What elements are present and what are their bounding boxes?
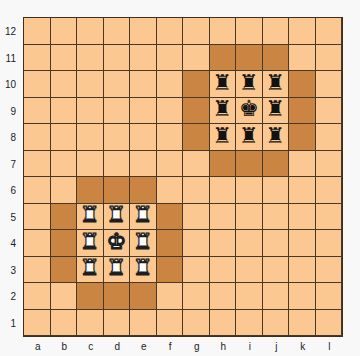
square-i8[interactable]: ♜ xyxy=(236,124,263,151)
square-d10[interactable] xyxy=(104,71,131,98)
square-f10[interactable] xyxy=(157,71,184,98)
square-a10[interactable] xyxy=(24,71,51,98)
square-g7[interactable] xyxy=(183,151,210,178)
square-l5[interactable] xyxy=(316,204,343,231)
square-b6[interactable] xyxy=(51,177,78,204)
square-e5[interactable]: ♜ xyxy=(130,204,157,231)
square-k11[interactable] xyxy=(289,45,316,72)
square-h3[interactable] xyxy=(210,257,237,284)
square-j2[interactable] xyxy=(263,283,290,310)
square-a8[interactable] xyxy=(24,124,51,151)
square-d1[interactable] xyxy=(104,310,131,337)
square-f1[interactable] xyxy=(157,310,184,337)
square-j3[interactable] xyxy=(263,257,290,284)
square-j1[interactable] xyxy=(263,310,290,337)
square-d5[interactable]: ♜ xyxy=(104,204,131,231)
square-i5[interactable] xyxy=(236,204,263,231)
square-i11[interactable] xyxy=(236,45,263,72)
square-g11[interactable] xyxy=(183,45,210,72)
rank-label-12: 12 xyxy=(0,19,19,46)
square-c6[interactable] xyxy=(77,177,104,204)
square-k4[interactable] xyxy=(289,230,316,257)
square-d6[interactable] xyxy=(104,177,131,204)
square-c12[interactable] xyxy=(77,18,104,45)
square-b4[interactable] xyxy=(51,230,78,257)
square-k5[interactable] xyxy=(289,204,316,231)
square-e12[interactable] xyxy=(130,18,157,45)
square-b12[interactable] xyxy=(51,18,78,45)
file-label-a: a xyxy=(25,339,52,354)
square-b5[interactable] xyxy=(51,204,78,231)
square-d7[interactable] xyxy=(104,151,131,178)
square-a2[interactable] xyxy=(24,283,51,310)
square-b2[interactable] xyxy=(51,283,78,310)
rank-label-10: 10 xyxy=(0,72,19,99)
square-j12[interactable] xyxy=(263,18,290,45)
square-g10[interactable] xyxy=(183,71,210,98)
square-c5[interactable]: ♜ xyxy=(77,204,104,231)
square-d3[interactable]: ♜ xyxy=(104,257,131,284)
rank-label-9: 9 xyxy=(0,98,19,125)
square-h6[interactable] xyxy=(210,177,237,204)
square-f4[interactable] xyxy=(157,230,184,257)
square-e4[interactable]: ♜ xyxy=(130,230,157,257)
square-l6[interactable] xyxy=(316,177,343,204)
file-label-b: b xyxy=(51,339,78,354)
rank-label-8: 8 xyxy=(0,125,19,152)
piece-white-king[interactable]: ♚ xyxy=(106,231,126,253)
piece-black-rook[interactable]: ♜ xyxy=(212,125,232,147)
file-label-h: h xyxy=(210,339,237,354)
square-h10[interactable]: ♜ xyxy=(210,71,237,98)
square-a9[interactable] xyxy=(24,98,51,125)
square-j4[interactable] xyxy=(263,230,290,257)
square-g12[interactable] xyxy=(183,18,210,45)
square-k6[interactable] xyxy=(289,177,316,204)
square-j7[interactable] xyxy=(263,151,290,178)
rank-label-2: 2 xyxy=(0,284,19,311)
square-e2[interactable] xyxy=(130,283,157,310)
square-j11[interactable] xyxy=(263,45,290,72)
square-i1[interactable] xyxy=(236,310,263,337)
square-a5[interactable] xyxy=(24,204,51,231)
board: ♜♜♜♜♚♜♜♜♜♜♜♜♜♚♜♜♜♜ xyxy=(23,17,343,337)
square-g5[interactable] xyxy=(183,204,210,231)
rank-label-6: 6 xyxy=(0,178,19,205)
square-b10[interactable] xyxy=(51,71,78,98)
square-e1[interactable] xyxy=(130,310,157,337)
square-g4[interactable] xyxy=(183,230,210,257)
square-d4[interactable]: ♚ xyxy=(104,230,131,257)
square-f11[interactable] xyxy=(157,45,184,72)
square-k12[interactable] xyxy=(289,18,316,45)
square-k8[interactable] xyxy=(289,124,316,151)
rank-labels: 121110987654321 xyxy=(0,19,19,337)
square-f3[interactable] xyxy=(157,257,184,284)
square-j5[interactable] xyxy=(263,204,290,231)
square-h4[interactable] xyxy=(210,230,237,257)
file-label-e: e xyxy=(131,339,158,354)
square-k1[interactable] xyxy=(289,310,316,337)
square-h12[interactable] xyxy=(210,18,237,45)
piece-black-rook[interactable]: ♜ xyxy=(265,98,285,120)
square-l4[interactable] xyxy=(316,230,343,257)
rank-label-1: 1 xyxy=(0,310,19,337)
file-label-d: d xyxy=(104,339,131,354)
file-labels: abcdefghijkl xyxy=(25,339,343,354)
square-i3[interactable] xyxy=(236,257,263,284)
square-l2[interactable] xyxy=(316,283,343,310)
square-a3[interactable] xyxy=(24,257,51,284)
file-label-f: f xyxy=(157,339,184,354)
square-g9[interactable] xyxy=(183,98,210,125)
square-h9[interactable]: ♜ xyxy=(210,98,237,125)
file-label-l: l xyxy=(316,339,343,354)
square-b7[interactable] xyxy=(51,151,78,178)
square-l7[interactable] xyxy=(316,151,343,178)
rank-label-4: 4 xyxy=(0,231,19,258)
piece-white-rook[interactable]: ♜ xyxy=(80,257,100,279)
piece-white-rook[interactable]: ♜ xyxy=(133,231,153,253)
piece-white-rook[interactable]: ♜ xyxy=(106,204,126,226)
square-l3[interactable] xyxy=(316,257,343,284)
square-g1[interactable] xyxy=(183,310,210,337)
square-b9[interactable] xyxy=(51,98,78,125)
square-f12[interactable] xyxy=(157,18,184,45)
file-label-c: c xyxy=(78,339,105,354)
square-a12[interactable] xyxy=(24,18,51,45)
square-k2[interactable] xyxy=(289,283,316,310)
square-k9[interactable] xyxy=(289,98,316,125)
piece-black-rook[interactable]: ♜ xyxy=(239,125,259,147)
square-e3[interactable]: ♜ xyxy=(130,257,157,284)
piece-white-rook[interactable]: ♜ xyxy=(133,204,153,226)
square-c2[interactable] xyxy=(77,283,104,310)
square-k7[interactable] xyxy=(289,151,316,178)
square-c7[interactable] xyxy=(77,151,104,178)
piece-white-rook[interactable]: ♜ xyxy=(80,231,100,253)
piece-black-rook[interactable]: ♜ xyxy=(265,125,285,147)
square-b1[interactable] xyxy=(51,310,78,337)
square-i9[interactable]: ♚ xyxy=(236,98,263,125)
square-i12[interactable] xyxy=(236,18,263,45)
square-a6[interactable] xyxy=(24,177,51,204)
square-l10[interactable] xyxy=(316,71,343,98)
file-label-g: g xyxy=(184,339,211,354)
file-label-k: k xyxy=(290,339,317,354)
square-c4[interactable]: ♜ xyxy=(77,230,104,257)
square-j9[interactable]: ♜ xyxy=(263,98,290,125)
square-a11[interactable] xyxy=(24,45,51,72)
square-j8[interactable]: ♜ xyxy=(263,124,290,151)
square-h5[interactable] xyxy=(210,204,237,231)
piece-white-rook[interactable]: ♜ xyxy=(106,257,126,279)
square-i2[interactable] xyxy=(236,283,263,310)
square-h7[interactable] xyxy=(210,151,237,178)
square-l1[interactable] xyxy=(316,310,343,337)
game-screen: 121110987654321 ♜♜♜♜♚♜♜♜♜♜♜♜♜♚♜♜♜♜ abcde… xyxy=(0,0,360,356)
square-l11[interactable] xyxy=(316,45,343,72)
square-e6[interactable] xyxy=(130,177,157,204)
square-c10[interactable] xyxy=(77,71,104,98)
square-l12[interactable] xyxy=(316,18,343,45)
square-d2[interactable] xyxy=(104,283,131,310)
square-f6[interactable] xyxy=(157,177,184,204)
square-l8[interactable] xyxy=(316,124,343,151)
square-e11[interactable] xyxy=(130,45,157,72)
piece-white-rook[interactable]: ♜ xyxy=(80,204,100,226)
square-b11[interactable] xyxy=(51,45,78,72)
square-a4[interactable] xyxy=(24,230,51,257)
square-b3[interactable] xyxy=(51,257,78,284)
square-g3[interactable] xyxy=(183,257,210,284)
square-k10[interactable] xyxy=(289,71,316,98)
square-f7[interactable] xyxy=(157,151,184,178)
square-g6[interactable] xyxy=(183,177,210,204)
square-e8[interactable] xyxy=(130,124,157,151)
square-j6[interactable] xyxy=(263,177,290,204)
square-i6[interactable] xyxy=(236,177,263,204)
square-b8[interactable] xyxy=(51,124,78,151)
file-label-i: i xyxy=(237,339,264,354)
file-label-j: j xyxy=(263,339,290,354)
square-e7[interactable] xyxy=(130,151,157,178)
square-l9[interactable] xyxy=(316,98,343,125)
square-f5[interactable] xyxy=(157,204,184,231)
square-d11[interactable] xyxy=(104,45,131,72)
square-f2[interactable] xyxy=(157,283,184,310)
piece-black-rook[interactable]: ♜ xyxy=(239,72,259,94)
square-f9[interactable] xyxy=(157,98,184,125)
square-h8[interactable]: ♜ xyxy=(210,124,237,151)
square-a1[interactable] xyxy=(24,310,51,337)
square-c11[interactable] xyxy=(77,45,104,72)
piece-black-rook[interactable]: ♜ xyxy=(265,72,285,94)
square-g2[interactable] xyxy=(183,283,210,310)
square-h11[interactable] xyxy=(210,45,237,72)
rank-label-11: 11 xyxy=(0,45,19,72)
square-d12[interactable] xyxy=(104,18,131,45)
square-f8[interactable] xyxy=(157,124,184,151)
square-e9[interactable] xyxy=(130,98,157,125)
square-c8[interactable] xyxy=(77,124,104,151)
rank-label-7: 7 xyxy=(0,151,19,178)
square-e10[interactable] xyxy=(130,71,157,98)
square-d8[interactable] xyxy=(104,124,131,151)
square-i7[interactable] xyxy=(236,151,263,178)
square-h2[interactable] xyxy=(210,283,237,310)
square-k3[interactable] xyxy=(289,257,316,284)
square-a7[interactable] xyxy=(24,151,51,178)
square-c3[interactable]: ♜ xyxy=(77,257,104,284)
square-i4[interactable] xyxy=(236,230,263,257)
piece-black-king[interactable]: ♚ xyxy=(239,98,259,120)
square-c1[interactable] xyxy=(77,310,104,337)
square-c9[interactable] xyxy=(77,98,104,125)
square-i10[interactable]: ♜ xyxy=(236,71,263,98)
piece-black-rook[interactable]: ♜ xyxy=(212,98,232,120)
square-g8[interactable] xyxy=(183,124,210,151)
rank-label-5: 5 xyxy=(0,204,19,231)
square-d9[interactable] xyxy=(104,98,131,125)
piece-black-rook[interactable]: ♜ xyxy=(212,72,232,94)
square-h1[interactable] xyxy=(210,310,237,337)
piece-white-rook[interactable]: ♜ xyxy=(133,257,153,279)
rank-label-3: 3 xyxy=(0,257,19,284)
square-j10[interactable]: ♜ xyxy=(263,71,290,98)
